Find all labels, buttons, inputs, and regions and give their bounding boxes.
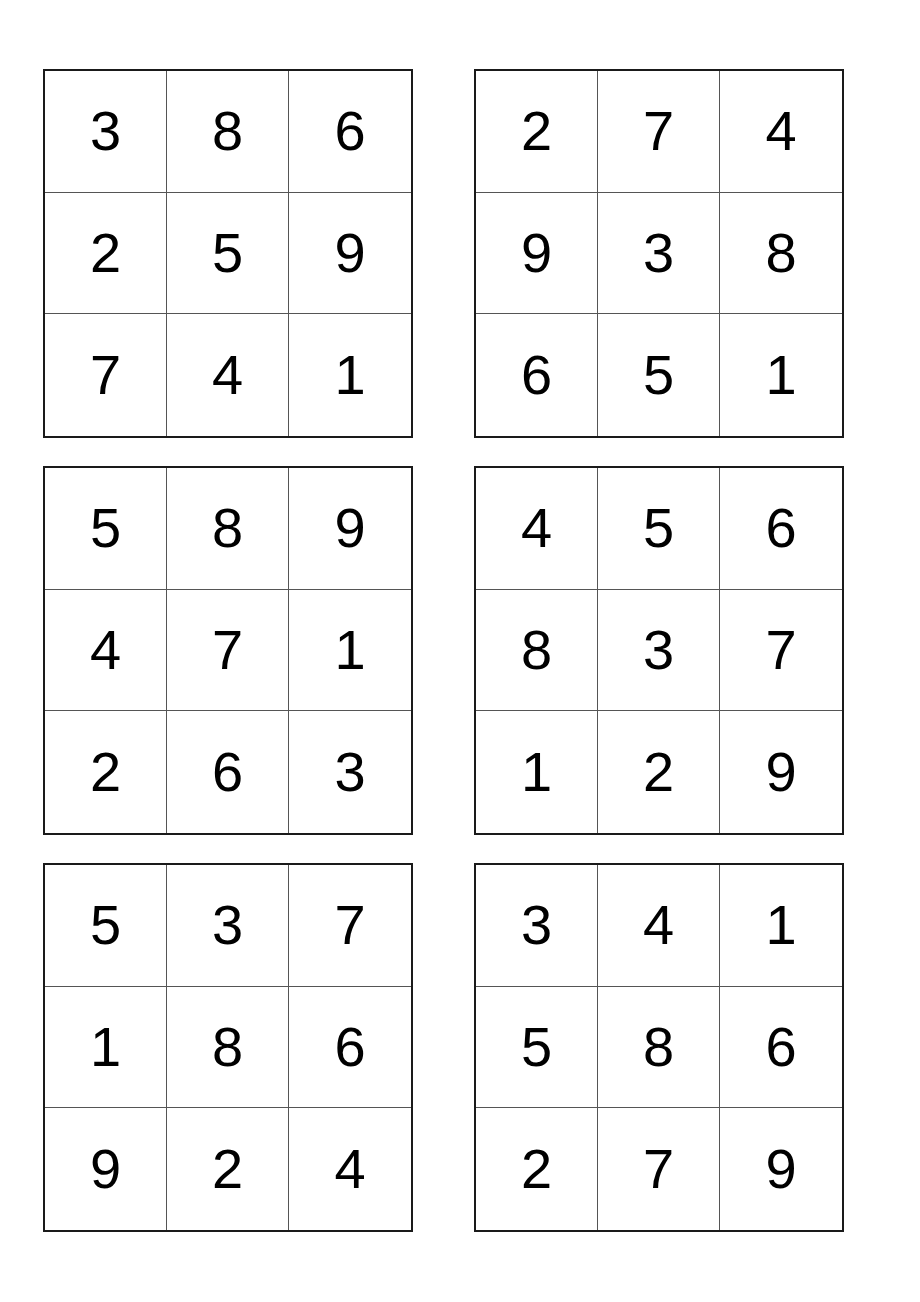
grid3-cell-r2c3: 1 [289, 590, 411, 712]
grid4-cell-r1c2: 5 [598, 468, 720, 590]
grid2-cell-r3c2: 5 [598, 314, 720, 436]
grid1-cell-r2c2: 5 [167, 193, 289, 315]
grid6-cell-r2c3: 6 [720, 987, 842, 1109]
grid2-cell-r1c3: 4 [720, 71, 842, 193]
grid3-cell-r1c3: 9 [289, 468, 411, 590]
grid5-cell-r3c2: 2 [167, 1108, 289, 1230]
grid2-cell-r2c1: 9 [476, 193, 598, 315]
grid5-cell-r1c2: 3 [167, 865, 289, 987]
grid3-cell-r1c2: 8 [167, 468, 289, 590]
grid2-cell-r2c2: 3 [598, 193, 720, 315]
grid-panel-bottom-left: 5 3 7 1 8 6 9 2 4 [43, 863, 413, 1232]
worksheet: 3 8 6 2 5 9 7 4 1 2 7 4 9 3 8 6 5 1 5 8 … [43, 69, 844, 1232]
grid3-cell-r1c1: 5 [45, 468, 167, 590]
grid1-cell-r3c3: 1 [289, 314, 411, 436]
grid4-cell-r3c2: 2 [598, 711, 720, 833]
grid4-cell-r2c1: 8 [476, 590, 598, 712]
grid1-cell-r1c2: 8 [167, 71, 289, 193]
grid2-cell-r3c1: 6 [476, 314, 598, 436]
grid6-cell-r1c1: 3 [476, 865, 598, 987]
grid1-cell-r3c1: 7 [45, 314, 167, 436]
grid5-cell-r1c1: 5 [45, 865, 167, 987]
grid5-cell-r2c2: 8 [167, 987, 289, 1109]
grid4-cell-r3c1: 1 [476, 711, 598, 833]
grid5-cell-r1c3: 7 [289, 865, 411, 987]
grid2-cell-r1c2: 7 [598, 71, 720, 193]
grid6-cell-r3c2: 7 [598, 1108, 720, 1230]
grid1-cell-r1c3: 6 [289, 71, 411, 193]
grid1-cell-r3c2: 4 [167, 314, 289, 436]
grid3-cell-r3c1: 2 [45, 711, 167, 833]
grid-panel-middle-right: 4 5 6 8 3 7 1 2 9 [474, 466, 844, 835]
grid1-cell-r2c1: 2 [45, 193, 167, 315]
grid3-cell-r2c2: 7 [167, 590, 289, 712]
grid3-cell-r3c3: 3 [289, 711, 411, 833]
grid5-cell-r3c1: 9 [45, 1108, 167, 1230]
grid4-cell-r1c3: 6 [720, 468, 842, 590]
grid6-cell-r3c3: 9 [720, 1108, 842, 1230]
grid5-cell-r3c3: 4 [289, 1108, 411, 1230]
grid-panel-bottom-right: 3 4 1 5 8 6 2 7 9 [474, 863, 844, 1232]
grid1-cell-r1c1: 3 [45, 71, 167, 193]
grid3-cell-r3c2: 6 [167, 711, 289, 833]
grid4-cell-r3c3: 9 [720, 711, 842, 833]
grid-panel-middle-left: 5 8 9 4 7 1 2 6 3 [43, 466, 413, 835]
grid4-cell-r2c3: 7 [720, 590, 842, 712]
grid6-cell-r2c2: 8 [598, 987, 720, 1109]
grid-panel-top-left: 3 8 6 2 5 9 7 4 1 [43, 69, 413, 438]
grid4-cell-r2c2: 3 [598, 590, 720, 712]
grid2-cell-r3c3: 1 [720, 314, 842, 436]
grid6-cell-r3c1: 2 [476, 1108, 598, 1230]
grid6-cell-r1c2: 4 [598, 865, 720, 987]
grid4-cell-r1c1: 4 [476, 468, 598, 590]
grid2-cell-r2c3: 8 [720, 193, 842, 315]
grid2-cell-r1c1: 2 [476, 71, 598, 193]
grid1-cell-r2c3: 9 [289, 193, 411, 315]
grid5-cell-r2c3: 6 [289, 987, 411, 1109]
grid5-cell-r2c1: 1 [45, 987, 167, 1109]
grid6-cell-r1c3: 1 [720, 865, 842, 987]
grid-panel-top-right: 2 7 4 9 3 8 6 5 1 [474, 69, 844, 438]
grid6-cell-r2c1: 5 [476, 987, 598, 1109]
grid3-cell-r2c1: 4 [45, 590, 167, 712]
